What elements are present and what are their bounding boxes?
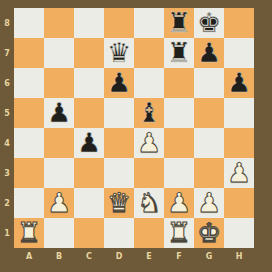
square-c7[interactable]: [74, 38, 104, 68]
square-a7[interactable]: [14, 38, 44, 68]
square-e2[interactable]: ♞: [134, 188, 164, 218]
black-rook[interactable]: ♜: [167, 38, 191, 68]
chess-board: ♜♚♛♜♟♟♟♟♝♟♟♟♟♛♞♟♟♜♜♚: [14, 8, 254, 248]
square-a4[interactable]: [14, 128, 44, 158]
rank-label-2: 2: [0, 188, 14, 218]
square-c2[interactable]: [74, 188, 104, 218]
square-h4[interactable]: [224, 128, 254, 158]
square-b7[interactable]: [44, 38, 74, 68]
square-f4[interactable]: [164, 128, 194, 158]
white-pawn[interactable]: ♟: [167, 188, 191, 218]
square-e7[interactable]: [134, 38, 164, 68]
white-king[interactable]: ♚: [197, 218, 221, 248]
black-pawn[interactable]: ♟: [47, 98, 71, 128]
file-label-c: C: [74, 248, 104, 272]
square-a5[interactable]: [14, 98, 44, 128]
black-rook[interactable]: ♜: [167, 8, 191, 38]
square-h8[interactable]: [224, 8, 254, 38]
square-g6[interactable]: [194, 68, 224, 98]
square-b1[interactable]: [44, 218, 74, 248]
square-h2[interactable]: [224, 188, 254, 218]
square-g2[interactable]: ♟: [194, 188, 224, 218]
rank-coordinates: 87654321: [0, 8, 14, 248]
square-g3[interactable]: [194, 158, 224, 188]
square-d7[interactable]: ♛: [104, 38, 134, 68]
black-pawn[interactable]: ♟: [77, 128, 101, 158]
square-e5[interactable]: ♝: [134, 98, 164, 128]
square-d4[interactable]: [104, 128, 134, 158]
rank-label-4: 4: [0, 128, 14, 158]
square-b3[interactable]: [44, 158, 74, 188]
file-coordinates: ABCDEFGH: [14, 248, 254, 272]
square-b6[interactable]: [44, 68, 74, 98]
square-h7[interactable]: [224, 38, 254, 68]
white-pawn[interactable]: ♟: [47, 188, 71, 218]
file-label-a: A: [14, 248, 44, 272]
square-c8[interactable]: [74, 8, 104, 38]
square-g7[interactable]: ♟: [194, 38, 224, 68]
file-label-g: G: [194, 248, 224, 272]
square-e1[interactable]: [134, 218, 164, 248]
square-g5[interactable]: [194, 98, 224, 128]
square-d1[interactable]: [104, 218, 134, 248]
square-b2[interactable]: ♟: [44, 188, 74, 218]
square-a8[interactable]: [14, 8, 44, 38]
square-g1[interactable]: ♚: [194, 218, 224, 248]
white-rook[interactable]: ♜: [167, 218, 191, 248]
rank-label-8: 8: [0, 8, 14, 38]
file-label-f: F: [164, 248, 194, 272]
square-f5[interactable]: [164, 98, 194, 128]
white-rook[interactable]: ♜: [17, 218, 41, 248]
square-g4[interactable]: [194, 128, 224, 158]
square-h3[interactable]: ♟: [224, 158, 254, 188]
square-a1[interactable]: ♜: [14, 218, 44, 248]
square-g8[interactable]: ♚: [194, 8, 224, 38]
square-d3[interactable]: [104, 158, 134, 188]
square-c1[interactable]: [74, 218, 104, 248]
square-e3[interactable]: [134, 158, 164, 188]
chess-diagram: 87654321 ♜♚♛♜♟♟♟♟♝♟♟♟♟♛♞♟♟♜♜♚ ABCDEFGH: [0, 0, 272, 272]
file-label-e: E: [134, 248, 164, 272]
square-h5[interactable]: [224, 98, 254, 128]
square-c5[interactable]: [74, 98, 104, 128]
square-h6[interactable]: ♟: [224, 68, 254, 98]
rank-label-1: 1: [0, 218, 14, 248]
black-pawn[interactable]: ♟: [107, 68, 131, 98]
black-queen[interactable]: ♛: [107, 38, 131, 68]
square-f6[interactable]: [164, 68, 194, 98]
file-label-d: D: [104, 248, 134, 272]
square-d5[interactable]: [104, 98, 134, 128]
square-e6[interactable]: [134, 68, 164, 98]
square-c3[interactable]: [74, 158, 104, 188]
square-a2[interactable]: [14, 188, 44, 218]
white-pawn[interactable]: ♟: [197, 188, 221, 218]
square-f8[interactable]: ♜: [164, 8, 194, 38]
square-f2[interactable]: ♟: [164, 188, 194, 218]
square-e8[interactable]: [134, 8, 164, 38]
rank-label-6: 6: [0, 68, 14, 98]
square-d2[interactable]: ♛: [104, 188, 134, 218]
square-c6[interactable]: [74, 68, 104, 98]
black-king[interactable]: ♚: [197, 8, 221, 38]
rank-label-3: 3: [0, 158, 14, 188]
rank-label-7: 7: [0, 38, 14, 68]
black-pawn[interactable]: ♟: [227, 68, 251, 98]
square-d6[interactable]: ♟: [104, 68, 134, 98]
square-f7[interactable]: ♜: [164, 38, 194, 68]
square-h1[interactable]: [224, 218, 254, 248]
square-f3[interactable]: [164, 158, 194, 188]
square-b8[interactable]: [44, 8, 74, 38]
square-b5[interactable]: ♟: [44, 98, 74, 128]
file-label-b: B: [44, 248, 74, 272]
square-a6[interactable]: [14, 68, 44, 98]
white-knight[interactable]: ♞: [137, 188, 161, 218]
black-pawn[interactable]: ♟: [197, 38, 221, 68]
white-pawn[interactable]: ♟: [227, 158, 251, 188]
square-c4[interactable]: ♟: [74, 128, 104, 158]
black-bishop[interactable]: ♝: [137, 98, 161, 128]
square-e4[interactable]: ♟: [134, 128, 164, 158]
square-f1[interactable]: ♜: [164, 218, 194, 248]
white-pawn[interactable]: ♟: [137, 128, 161, 158]
square-b4[interactable]: [44, 128, 74, 158]
rank-label-5: 5: [0, 98, 14, 128]
square-a3[interactable]: [14, 158, 44, 188]
file-label-h: H: [224, 248, 254, 272]
square-d8[interactable]: [104, 8, 134, 38]
white-queen[interactable]: ♛: [107, 188, 131, 218]
